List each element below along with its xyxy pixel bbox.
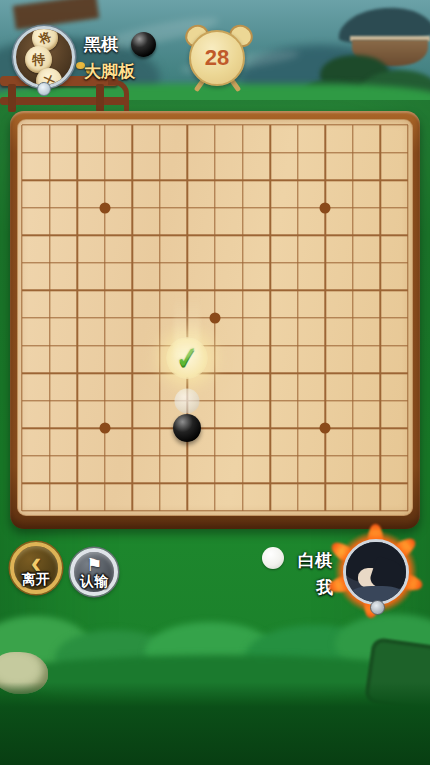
player-avatar-ring — [343, 539, 409, 605]
move-timer: 28 — [188, 28, 248, 92]
resign-button[interactable]: ⚑ 认输 — [70, 548, 118, 596]
leave-button[interactable]: ‹ 离开 — [10, 542, 62, 594]
star-point — [210, 313, 221, 324]
grid-line — [22, 483, 408, 484]
grid-line — [352, 125, 353, 511]
player-side-label: 白棋 — [298, 549, 332, 572]
grid-line — [22, 455, 408, 456]
opponent-side-label: 黑棋 — [84, 33, 118, 56]
grid-line — [297, 125, 298, 511]
rack-curl — [108, 80, 129, 115]
timer-seconds: 28 — [205, 45, 229, 71]
move-highlight-beam — [174, 296, 200, 358]
star-point — [320, 202, 331, 213]
opponent-avatar-badge — [37, 82, 51, 96]
grid-line — [242, 125, 243, 511]
rack-leg — [96, 84, 104, 112]
grid-line — [380, 125, 381, 511]
pending-white-stone — [175, 388, 200, 413]
black-stone-icon — [131, 32, 156, 57]
grid-line — [269, 125, 270, 511]
grid-line — [22, 372, 408, 373]
gomoku-grid[interactable]: ✓ — [22, 125, 408, 511]
black-stone — [173, 414, 201, 442]
leave-button-label: 离开 — [14, 571, 58, 589]
player-avatar — [332, 528, 420, 616]
grid-line — [22, 510, 408, 511]
player-avatar-badge — [370, 600, 385, 615]
dark-ground — [0, 682, 430, 765]
gomoku-game-screen: 将 特 士 黑棋 大脚板 28 ✓ ‹ 离开 ⚑ 认输 白棋 我 — [0, 0, 430, 765]
alarm-clock-icon: 28 — [189, 30, 245, 86]
white-stone-icon — [262, 547, 284, 569]
star-point — [320, 423, 331, 434]
grid-line — [407, 125, 408, 511]
opponent-avatar: 将 特 士 — [13, 26, 75, 88]
grid-line — [325, 125, 326, 511]
grid-line — [22, 400, 408, 401]
rack-leg — [8, 84, 16, 112]
star-point — [99, 202, 110, 213]
opponent-name: 大脚板 — [84, 60, 135, 83]
board-frame: ✓ — [10, 111, 420, 529]
grid-line — [22, 345, 408, 346]
bottom-scenery — [0, 600, 430, 765]
star-point — [99, 423, 110, 434]
board-surface: ✓ — [17, 119, 413, 516]
resign-button-label: 认输 — [74, 573, 114, 591]
piece-character: 特 — [32, 51, 45, 69]
rack-top-beam — [13, 0, 100, 30]
grid-line — [22, 428, 408, 429]
